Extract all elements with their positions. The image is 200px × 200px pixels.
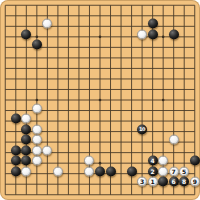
black-stone-move-10: 10 bbox=[137, 124, 147, 134]
black-stone bbox=[11, 145, 21, 155]
white-stone bbox=[84, 156, 94, 166]
black-stone bbox=[127, 166, 137, 176]
black-stone bbox=[21, 135, 31, 145]
white-stone-move-9: 9 bbox=[190, 177, 200, 187]
white-stone bbox=[158, 166, 168, 176]
black-stone bbox=[148, 19, 158, 29]
black-stone bbox=[21, 29, 31, 39]
black-stone bbox=[158, 177, 168, 187]
white-stone bbox=[158, 156, 168, 166]
black-stone bbox=[95, 166, 105, 176]
black-stone bbox=[21, 156, 31, 166]
black-stone-move-6: 6 bbox=[169, 177, 179, 187]
white-stone bbox=[32, 145, 42, 155]
black-stone-move-4: 4 bbox=[148, 156, 158, 166]
black-stone bbox=[106, 166, 116, 176]
black-stone bbox=[21, 145, 31, 155]
white-stone bbox=[32, 124, 42, 134]
page: 10427531689 bbox=[0, 0, 200, 200]
white-stone bbox=[32, 156, 42, 166]
black-stone-move-8: 8 bbox=[179, 177, 189, 187]
black-stone bbox=[169, 29, 179, 39]
white-stone bbox=[21, 114, 31, 124]
white-stone bbox=[137, 29, 147, 39]
black-stone-move-2: 2 bbox=[148, 166, 158, 176]
black-stone bbox=[11, 166, 21, 176]
white-stone-move-7: 7 bbox=[169, 166, 179, 176]
black-stone bbox=[190, 156, 200, 166]
white-stone bbox=[32, 103, 42, 113]
stones-layer: 10427531689 bbox=[0, 0, 200, 200]
white-stone bbox=[53, 166, 63, 176]
go-board[interactable]: 10427531689 bbox=[0, 0, 200, 200]
black-stone bbox=[148, 29, 158, 39]
white-stone-move-5: 5 bbox=[179, 166, 189, 176]
white-stone bbox=[21, 166, 31, 176]
white-stone-move-3: 3 bbox=[137, 177, 147, 187]
black-stone bbox=[11, 114, 21, 124]
black-stone bbox=[21, 124, 31, 134]
black-stone bbox=[32, 40, 42, 50]
white-stone bbox=[84, 166, 94, 176]
white-stone bbox=[42, 145, 52, 155]
white-stone-move-1: 1 bbox=[148, 177, 158, 187]
white-stone bbox=[169, 135, 179, 145]
white-stone bbox=[42, 19, 52, 29]
white-stone bbox=[32, 135, 42, 145]
black-stone bbox=[11, 156, 21, 166]
